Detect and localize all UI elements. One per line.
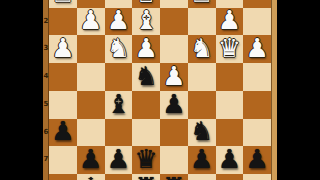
white-knight-piece[interactable]: ♞ (190, 35, 213, 61)
black-pawn-piece[interactable]: ♟ (190, 146, 213, 172)
square-c4[interactable] (188, 63, 216, 91)
square-d8[interactable]: ♜ (160, 174, 188, 180)
chessboard: 12345678 ♜♚♜♟♟♝♟♟♞♟♞♛♟♞♟♝♟♟♞♟♟♛♟♟♟♚♜♜ (43, 0, 277, 180)
video-frame: 12345678 ♜♚♜♟♟♝♟♟♞♟♞♛♟♞♟♝♟♟♞♟♟♛♟♟♟♚♜♜ (0, 0, 320, 180)
square-g6[interactable] (77, 119, 105, 147)
square-h4[interactable] (49, 63, 77, 91)
square-f4[interactable] (105, 63, 133, 91)
white-pawn-piece[interactable]: ♟ (162, 63, 185, 89)
square-d7[interactable] (160, 146, 188, 174)
white-bishop-piece[interactable]: ♝ (134, 7, 157, 33)
square-g2[interactable]: ♟ (77, 8, 105, 36)
square-c8[interactable] (188, 174, 216, 180)
square-a3[interactable]: ♟ (243, 35, 271, 63)
white-rook-piece[interactable]: ♜ (190, 0, 213, 6)
square-a6[interactable] (243, 119, 271, 147)
square-g7[interactable]: ♟ (77, 146, 105, 174)
letterbox-right (277, 0, 320, 180)
square-d4[interactable]: ♟ (160, 63, 188, 91)
white-pawn-piece[interactable]: ♟ (79, 7, 102, 33)
black-pawn-piece[interactable]: ♟ (162, 91, 185, 117)
square-d2[interactable] (160, 8, 188, 36)
square-c2[interactable] (188, 8, 216, 36)
square-c1[interactable]: ♜ (188, 0, 216, 8)
white-pawn-piece[interactable]: ♟ (245, 35, 268, 61)
letterbox-left (0, 0, 43, 180)
black-king-piece[interactable]: ♚ (79, 174, 102, 180)
square-d6[interactable] (160, 119, 188, 147)
white-pawn-piece[interactable]: ♟ (51, 35, 74, 61)
white-knight-piece[interactable]: ♞ (107, 35, 130, 61)
square-a5[interactable] (243, 91, 271, 119)
square-h5[interactable] (49, 91, 77, 119)
chessboard-viewport: 12345678 ♜♚♜♟♟♝♟♟♞♟♞♛♟♞♟♝♟♟♞♟♟♛♟♟♟♚♜♜ (43, 0, 277, 180)
square-h2[interactable] (49, 8, 77, 36)
square-g3[interactable] (77, 35, 105, 63)
white-pawn-piece[interactable]: ♟ (134, 35, 157, 61)
black-pawn-piece[interactable]: ♟ (79, 146, 102, 172)
black-pawn-piece[interactable]: ♟ (218, 146, 241, 172)
square-a8[interactable] (243, 174, 271, 180)
square-f7[interactable]: ♟ (105, 146, 133, 174)
square-f8[interactable] (105, 174, 133, 180)
square-b6[interactable] (216, 119, 244, 147)
square-a1[interactable] (243, 0, 271, 8)
black-bishop-piece[interactable]: ♝ (107, 91, 130, 117)
square-e2[interactable]: ♝ (132, 8, 160, 36)
square-d1[interactable] (160, 0, 188, 8)
square-a7[interactable]: ♟ (243, 146, 271, 174)
black-rook-piece[interactable]: ♜ (134, 174, 157, 180)
square-c6[interactable]: ♞ (188, 119, 216, 147)
black-rook-piece[interactable]: ♜ (162, 174, 185, 180)
square-h6[interactable]: ♟ (49, 119, 77, 147)
square-f5[interactable]: ♝ (105, 91, 133, 119)
square-e5[interactable] (132, 91, 160, 119)
black-pawn-piece[interactable]: ♟ (51, 118, 74, 144)
board-grid: ♜♚♜♟♟♝♟♟♞♟♞♛♟♞♟♝♟♟♞♟♟♛♟♟♟♚♜♜ (49, 0, 271, 180)
square-g8[interactable]: ♚ (77, 174, 105, 180)
square-b3[interactable]: ♛ (216, 35, 244, 63)
square-e3[interactable]: ♟ (132, 35, 160, 63)
square-e4[interactable]: ♞ (132, 63, 160, 91)
white-rook-piece[interactable]: ♜ (51, 0, 74, 6)
black-knight-piece[interactable]: ♞ (134, 63, 157, 89)
square-b7[interactable]: ♟ (216, 146, 244, 174)
square-g4[interactable] (77, 63, 105, 91)
square-h8[interactable] (49, 174, 77, 180)
black-knight-piece[interactable]: ♞ (190, 118, 213, 144)
square-f2[interactable]: ♟ (105, 8, 133, 36)
square-e7[interactable]: ♛ (132, 146, 160, 174)
square-h1[interactable]: ♜ (49, 0, 77, 8)
square-e8[interactable]: ♜ (132, 174, 160, 180)
square-c3[interactable]: ♞ (188, 35, 216, 63)
black-pawn-piece[interactable]: ♟ (107, 146, 130, 172)
square-c7[interactable]: ♟ (188, 146, 216, 174)
square-d3[interactable] (160, 35, 188, 63)
square-g5[interactable] (77, 91, 105, 119)
square-b5[interactable] (216, 91, 244, 119)
black-pawn-piece[interactable]: ♟ (245, 146, 268, 172)
square-b2[interactable]: ♟ (216, 8, 244, 36)
white-pawn-piece[interactable]: ♟ (107, 7, 130, 33)
square-b8[interactable] (216, 174, 244, 180)
square-b4[interactable] (216, 63, 244, 91)
square-e6[interactable] (132, 119, 160, 147)
square-c5[interactable] (188, 91, 216, 119)
white-pawn-piece[interactable]: ♟ (218, 7, 241, 33)
square-a4[interactable] (243, 63, 271, 91)
black-queen-piece[interactable]: ♛ (134, 146, 157, 172)
square-h3[interactable]: ♟ (49, 35, 77, 63)
square-a2[interactable] (243, 8, 271, 36)
square-f3[interactable]: ♞ (105, 35, 133, 63)
white-queen-piece[interactable]: ♛ (218, 35, 241, 61)
square-d5[interactable]: ♟ (160, 91, 188, 119)
square-h7[interactable] (49, 146, 77, 174)
square-f6[interactable] (105, 119, 133, 147)
